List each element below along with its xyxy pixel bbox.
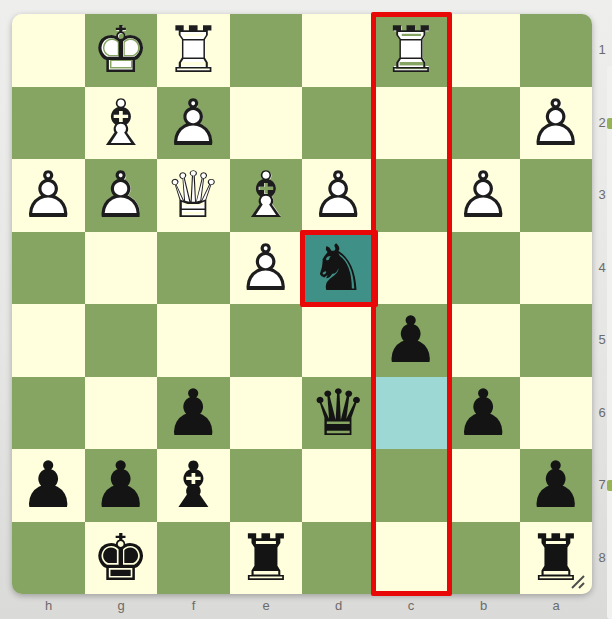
file-label-g: g bbox=[85, 598, 158, 613]
square-g4[interactable] bbox=[85, 232, 158, 305]
black-king[interactable]: ♚ bbox=[85, 522, 158, 595]
black-pawn[interactable]: ♟ bbox=[520, 449, 593, 522]
square-c8[interactable] bbox=[375, 522, 448, 595]
black-queen[interactable]: ♛ bbox=[302, 377, 375, 450]
square-h8[interactable] bbox=[12, 522, 85, 595]
square-g2[interactable]: ♝♗ bbox=[85, 87, 158, 160]
square-e6[interactable] bbox=[230, 377, 303, 450]
square-b7[interactable] bbox=[447, 449, 520, 522]
black-pawn[interactable]: ♟ bbox=[12, 449, 85, 522]
file-label-e: e bbox=[230, 598, 303, 613]
square-g3[interactable]: ♟♙ bbox=[85, 159, 158, 232]
square-b8[interactable] bbox=[447, 522, 520, 595]
white-pawn-outline-glyph: ♙ bbox=[447, 159, 520, 232]
scroll-marker-rank-7 bbox=[607, 480, 612, 491]
black-pawn[interactable]: ♟ bbox=[375, 304, 448, 377]
square-f5[interactable] bbox=[157, 304, 230, 377]
scroll-marker-rank-2 bbox=[607, 118, 612, 129]
scrollbar-track[interactable] bbox=[607, 66, 612, 619]
square-g5[interactable] bbox=[85, 304, 158, 377]
white-pawn[interactable]: ♟♙ bbox=[85, 159, 158, 232]
file-label-b: b bbox=[447, 598, 520, 613]
square-b6[interactable]: ♟ bbox=[447, 377, 520, 450]
white-pawn[interactable]: ♟♙ bbox=[157, 87, 230, 160]
black-pawn-glyph: ♟ bbox=[157, 377, 230, 450]
file-label-h: h bbox=[12, 598, 85, 613]
square-h5[interactable] bbox=[12, 304, 85, 377]
white-pawn[interactable]: ♟♙ bbox=[302, 159, 375, 232]
black-pawn-glyph: ♟ bbox=[520, 449, 593, 522]
white-bishop-outline-glyph: ♗ bbox=[85, 87, 158, 160]
square-b5[interactable] bbox=[447, 304, 520, 377]
chess-board: ♚♔♜♖♜♖♝♗♟♙♟♙♟♙♟♙♛♕♝♗♟♙♟♙♟♙♞♟♟♛♟♟♟♝♟♚♜♜ bbox=[12, 14, 592, 594]
white-pawn[interactable]: ♟♙ bbox=[520, 87, 593, 160]
square-e2[interactable] bbox=[230, 87, 303, 160]
square-g6[interactable] bbox=[85, 377, 158, 450]
square-f3[interactable]: ♛♕ bbox=[157, 159, 230, 232]
black-pawn-glyph: ♟ bbox=[375, 304, 448, 377]
square-g1[interactable]: ♚♔ bbox=[85, 14, 158, 87]
square-b1[interactable] bbox=[447, 14, 520, 87]
white-rook[interactable]: ♜♖ bbox=[375, 14, 448, 87]
square-d8[interactable] bbox=[302, 522, 375, 595]
black-king-glyph: ♚ bbox=[85, 522, 158, 595]
square-f2[interactable]: ♟♙ bbox=[157, 87, 230, 160]
black-pawn[interactable]: ♟ bbox=[85, 449, 158, 522]
white-pawn-outline-glyph: ♙ bbox=[157, 87, 230, 160]
square-a5[interactable] bbox=[520, 304, 593, 377]
square-d3[interactable]: ♟♙ bbox=[302, 159, 375, 232]
chess-app-screen: ♚♔♜♖♜♖♝♗♟♙♟♙♟♙♟♙♛♕♝♗♟♙♟♙♟♙♞♟♟♛♟♟♟♝♟♚♜♜ h… bbox=[0, 0, 612, 619]
square-f7[interactable]: ♝ bbox=[157, 449, 230, 522]
square-e1[interactable] bbox=[230, 14, 303, 87]
white-bishop[interactable]: ♝♗ bbox=[85, 87, 158, 160]
square-a1[interactable] bbox=[520, 14, 593, 87]
file-label-a: a bbox=[520, 598, 593, 613]
square-c1[interactable]: ♜♖ bbox=[375, 14, 448, 87]
white-bishop[interactable]: ♝♗ bbox=[230, 159, 303, 232]
white-pawn-outline-glyph: ♙ bbox=[230, 232, 303, 305]
black-bishop-glyph: ♝ bbox=[157, 449, 230, 522]
square-c4[interactable] bbox=[375, 232, 448, 305]
black-pawn[interactable]: ♟ bbox=[447, 377, 520, 450]
white-king[interactable]: ♚♔ bbox=[85, 14, 158, 87]
square-b4[interactable] bbox=[447, 232, 520, 305]
file-label-c: c bbox=[375, 598, 448, 613]
square-b2[interactable] bbox=[447, 87, 520, 160]
square-a4[interactable] bbox=[520, 232, 593, 305]
file-label-d: d bbox=[302, 598, 375, 613]
square-h2[interactable] bbox=[12, 87, 85, 160]
square-a6[interactable] bbox=[520, 377, 593, 450]
white-queen-outline-glyph: ♕ bbox=[157, 159, 230, 232]
square-e7[interactable] bbox=[230, 449, 303, 522]
black-pawn-glyph: ♟ bbox=[85, 449, 158, 522]
black-rook[interactable]: ♜ bbox=[230, 522, 303, 595]
white-queen[interactable]: ♛♕ bbox=[157, 159, 230, 232]
black-pawn[interactable]: ♟ bbox=[157, 377, 230, 450]
square-c7[interactable] bbox=[375, 449, 448, 522]
square-c3[interactable] bbox=[375, 159, 448, 232]
file-label-f: f bbox=[157, 598, 230, 613]
white-rook-outline-glyph: ♖ bbox=[375, 14, 448, 87]
square-a3[interactable] bbox=[520, 159, 593, 232]
white-pawn-outline-glyph: ♙ bbox=[302, 159, 375, 232]
rank-label-1: 1 bbox=[594, 43, 610, 57]
square-e3[interactable]: ♝♗ bbox=[230, 159, 303, 232]
white-pawn[interactable]: ♟♙ bbox=[12, 159, 85, 232]
square-d1[interactable] bbox=[302, 14, 375, 87]
square-h4[interactable] bbox=[12, 232, 85, 305]
square-d2[interactable] bbox=[302, 87, 375, 160]
square-h7[interactable]: ♟ bbox=[12, 449, 85, 522]
square-e4[interactable]: ♟♙ bbox=[230, 232, 303, 305]
square-f8[interactable] bbox=[157, 522, 230, 595]
black-queen-glyph: ♛ bbox=[302, 377, 375, 450]
square-h6[interactable] bbox=[12, 377, 85, 450]
white-rook-outline-glyph: ♖ bbox=[157, 14, 230, 87]
white-king-outline-glyph: ♔ bbox=[85, 14, 158, 87]
square-g7[interactable]: ♟ bbox=[85, 449, 158, 522]
square-c5[interactable]: ♟ bbox=[375, 304, 448, 377]
black-pawn-glyph: ♟ bbox=[447, 377, 520, 450]
black-pawn-glyph: ♟ bbox=[12, 449, 85, 522]
square-a2[interactable]: ♟♙ bbox=[520, 87, 593, 160]
black-bishop[interactable]: ♝ bbox=[157, 449, 230, 522]
square-g8[interactable]: ♚ bbox=[85, 522, 158, 595]
square-e5[interactable] bbox=[230, 304, 303, 377]
square-c2[interactable] bbox=[375, 87, 448, 160]
white-pawn-outline-glyph: ♙ bbox=[520, 87, 593, 160]
white-bishop-outline-glyph: ♗ bbox=[230, 159, 303, 232]
square-d4[interactable]: ♞ bbox=[302, 232, 375, 305]
square-f4[interactable] bbox=[157, 232, 230, 305]
board-wrap: ♚♔♜♖♜♖♝♗♟♙♟♙♟♙♟♙♛♕♝♗♟♙♟♙♟♙♞♟♟♛♟♟♟♝♟♚♜♜ bbox=[12, 14, 592, 594]
black-rook-glyph: ♜ bbox=[230, 522, 303, 595]
square-d7[interactable] bbox=[302, 449, 375, 522]
square-d5[interactable] bbox=[302, 304, 375, 377]
square-f6[interactable]: ♟ bbox=[157, 377, 230, 450]
square-h1[interactable] bbox=[12, 14, 85, 87]
square-h3[interactable]: ♟♙ bbox=[12, 159, 85, 232]
resize-handle-icon[interactable] bbox=[569, 574, 587, 590]
square-f1[interactable]: ♜♖ bbox=[157, 14, 230, 87]
black-knight[interactable]: ♞ bbox=[302, 232, 375, 305]
white-pawn[interactable]: ♟♙ bbox=[230, 232, 303, 305]
square-a7[interactable]: ♟ bbox=[520, 449, 593, 522]
square-d6[interactable]: ♛ bbox=[302, 377, 375, 450]
square-c6[interactable] bbox=[375, 377, 448, 450]
white-pawn-outline-glyph: ♙ bbox=[85, 159, 158, 232]
white-pawn-outline-glyph: ♙ bbox=[12, 159, 85, 232]
black-knight-glyph: ♞ bbox=[302, 232, 375, 305]
white-pawn[interactable]: ♟♙ bbox=[447, 159, 520, 232]
white-rook[interactable]: ♜♖ bbox=[157, 14, 230, 87]
square-b3[interactable]: ♟♙ bbox=[447, 159, 520, 232]
square-e8[interactable]: ♜ bbox=[230, 522, 303, 595]
